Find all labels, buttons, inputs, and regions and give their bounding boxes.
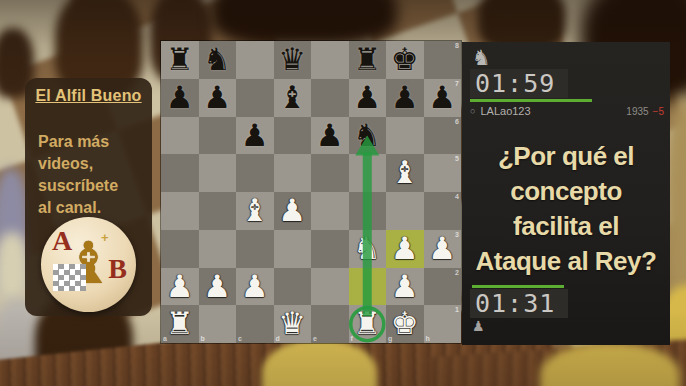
square-a5[interactable] xyxy=(161,154,199,192)
square-g2[interactable]: ♟ xyxy=(386,268,424,306)
file-label-h: h xyxy=(426,335,430,342)
piece-white-p[interactable]: ♟ xyxy=(386,230,424,268)
piece-black-p[interactable]: ♟ xyxy=(386,79,424,117)
file-label-a: a xyxy=(163,335,167,342)
square-d2[interactable] xyxy=(274,268,312,306)
piece-black-b[interactable]: ♝ xyxy=(274,79,312,117)
square-d8[interactable]: ♛ xyxy=(274,41,312,79)
square-c5[interactable] xyxy=(236,154,274,192)
square-g4[interactable] xyxy=(386,192,424,230)
square-e5[interactable] xyxy=(311,154,349,192)
player-row: ○ LALao123 1935 −5 xyxy=(470,103,664,119)
square-g7[interactable]: ♟ xyxy=(386,79,424,117)
square-f3[interactable]: ♞ xyxy=(349,230,387,268)
piece-white-p[interactable]: ♟ xyxy=(199,268,237,306)
piece-black-q[interactable]: ♛ xyxy=(274,41,312,79)
rank-label-5: 5 xyxy=(455,155,459,162)
piece-white-p[interactable]: ♟ xyxy=(161,268,199,306)
square-a7[interactable]: ♟ xyxy=(161,79,199,117)
square-e3[interactable] xyxy=(311,230,349,268)
player-clock: 01:31 xyxy=(470,289,568,318)
piece-white-b[interactable]: ♝ xyxy=(386,154,424,192)
player-rating: 1935 xyxy=(626,106,648,117)
piece-black-p[interactable]: ♟ xyxy=(199,79,237,117)
square-a3[interactable] xyxy=(161,230,199,268)
square-d4[interactable]: ♟ xyxy=(274,192,312,230)
bishop-icon: ♝ xyxy=(41,223,136,303)
chess-board[interactable]: ♜♞♛♜♚♟♟♝♟♟♟♟♟♞♝♝♟♞♟♟♟♟♟♟♜♛♜♚ abcdefgh876… xyxy=(161,41,461,343)
piece-black-k[interactable]: ♚ xyxy=(386,41,424,79)
online-status-icon: ○ xyxy=(470,106,475,116)
square-b7[interactable]: ♟ xyxy=(199,79,237,117)
square-c3[interactable] xyxy=(236,230,274,268)
knight-icon: ♞ xyxy=(472,46,491,70)
square-b4[interactable] xyxy=(199,192,237,230)
channel-panel: El Alfil Bueno Para más videos, suscríbe… xyxy=(25,78,152,316)
rank-label-1: 1 xyxy=(455,306,459,313)
piece-black-p[interactable]: ♟ xyxy=(349,79,387,117)
piece-white-n[interactable]: ♞ xyxy=(349,230,387,268)
channel-title: El Alfil Bueno xyxy=(25,87,152,105)
rank-label-2: 2 xyxy=(455,269,459,276)
piece-black-r[interactable]: ♜ xyxy=(161,41,199,79)
square-c2[interactable]: ♟ xyxy=(236,268,274,306)
square-f7[interactable]: ♟ xyxy=(349,79,387,117)
piece-black-n[interactable]: ♞ xyxy=(349,117,387,155)
rank-label-4: 4 xyxy=(455,193,459,200)
player-time-bar xyxy=(472,285,564,288)
square-g5[interactable]: ♝ xyxy=(386,154,424,192)
square-g8[interactable]: ♚ xyxy=(386,41,424,79)
video-question-text: ¿Por qué el concepto facilita el Ataque … xyxy=(462,139,670,279)
square-d5[interactable] xyxy=(274,154,312,192)
board-squares[interactable]: ♜♞♛♜♚♟♟♝♟♟♟♟♟♞♝♝♟♞♟♟♟♟♟♟♜♛♜♚ xyxy=(161,41,461,343)
checkerboard-icon xyxy=(53,264,86,291)
rating-delta: −5 xyxy=(653,106,664,117)
piece-white-p[interactable]: ♟ xyxy=(236,268,274,306)
square-c6[interactable]: ♟ xyxy=(236,117,274,155)
file-label-f: f xyxy=(351,335,353,342)
file-label-g: g xyxy=(388,335,392,342)
square-e7[interactable] xyxy=(311,79,349,117)
square-e4[interactable] xyxy=(311,192,349,230)
square-f8[interactable]: ♜ xyxy=(349,41,387,79)
square-c7[interactable] xyxy=(236,79,274,117)
square-f2[interactable] xyxy=(349,268,387,306)
rank-label-6: 6 xyxy=(455,118,459,125)
rank-label-7: 7 xyxy=(455,80,459,87)
opponent-clock: 01:59 xyxy=(470,69,568,98)
file-label-e: e xyxy=(313,335,317,342)
piece-black-p[interactable]: ♟ xyxy=(161,79,199,117)
square-c4[interactable]: ♝ xyxy=(236,192,274,230)
square-c8[interactable] xyxy=(236,41,274,79)
piece-white-p[interactable]: ♟ xyxy=(274,192,312,230)
square-a8[interactable]: ♜ xyxy=(161,41,199,79)
square-a2[interactable]: ♟ xyxy=(161,268,199,306)
piece-black-n[interactable]: ♞ xyxy=(199,41,237,79)
square-d7[interactable]: ♝ xyxy=(274,79,312,117)
square-f4[interactable] xyxy=(349,192,387,230)
video-frame: El Alfil Bueno Para más videos, suscríbe… xyxy=(0,0,686,386)
square-a4[interactable] xyxy=(161,192,199,230)
square-d3[interactable] xyxy=(274,230,312,268)
rank-label-8: 8 xyxy=(455,42,459,49)
subscribe-text: Para más videos, suscríbete al canal. xyxy=(25,131,152,219)
square-b8[interactable]: ♞ xyxy=(199,41,237,79)
pawn-icon: ♟ xyxy=(472,318,485,334)
square-d6[interactable] xyxy=(274,117,312,155)
square-b3[interactable] xyxy=(199,230,237,268)
square-g3[interactable]: ♟ xyxy=(386,230,424,268)
player-name[interactable]: LALao123 xyxy=(480,105,530,117)
square-f5[interactable] xyxy=(349,154,387,192)
piece-white-b[interactable]: ♝ xyxy=(236,192,274,230)
piece-white-p[interactable]: ♟ xyxy=(386,268,424,306)
square-g6[interactable] xyxy=(386,117,424,155)
square-b6[interactable] xyxy=(199,117,237,155)
piece-black-p[interactable]: ♟ xyxy=(236,117,274,155)
file-label-c: c xyxy=(238,335,242,342)
opponent-time-bar xyxy=(470,99,592,102)
rank-label-3: 3 xyxy=(455,231,459,238)
square-e8[interactable] xyxy=(311,41,349,79)
piece-black-p[interactable]: ♟ xyxy=(311,117,349,155)
square-f1[interactable]: ♜ xyxy=(349,305,387,343)
square-e2[interactable] xyxy=(311,268,349,306)
square-b2[interactable]: ♟ xyxy=(199,268,237,306)
file-label-d: d xyxy=(276,335,280,342)
piece-white-r[interactable]: ♜ xyxy=(349,305,387,343)
piece-black-r[interactable]: ♜ xyxy=(349,41,387,79)
square-e6[interactable]: ♟ xyxy=(311,117,349,155)
square-a6[interactable] xyxy=(161,117,199,155)
game-info-panel: ♞ 01:59 ○ LALao123 1935 −5 ¿Por qué el c… xyxy=(462,42,670,345)
channel-logo: A + B ♝ xyxy=(41,217,136,312)
file-label-b: b xyxy=(201,335,205,342)
square-f6[interactable]: ♞ xyxy=(349,117,387,155)
square-b5[interactable] xyxy=(199,154,237,192)
